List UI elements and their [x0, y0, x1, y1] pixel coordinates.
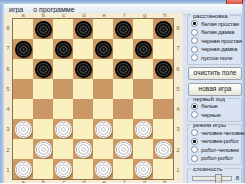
coord-label: 6	[174, 59, 182, 79]
square-h3[interactable]	[153, 119, 173, 139]
square-h1[interactable]	[153, 159, 173, 179]
radio-option[interactable]: белые	[191, 102, 241, 111]
square-e7[interactable]	[93, 39, 113, 59]
square-d4[interactable]	[73, 99, 93, 119]
radio-label: белая дамка	[201, 29, 234, 35]
square-g2[interactable]	[133, 139, 153, 159]
white-checker[interactable]	[95, 161, 112, 178]
coord-label: 2	[174, 140, 182, 160]
white-checker[interactable]	[55, 121, 72, 138]
square-c7[interactable]	[53, 39, 73, 59]
square-h5[interactable]	[153, 79, 173, 99]
difficulty-group-title: сложность	[191, 166, 224, 172]
black-checker[interactable]	[55, 41, 72, 58]
first-move-group-title: первый ход	[191, 96, 227, 102]
square-a2[interactable]	[13, 139, 33, 159]
square-b7[interactable]	[33, 39, 53, 59]
square-g1[interactable]	[133, 159, 153, 179]
square-d5[interactable]	[73, 79, 93, 99]
coord-label: 1	[4, 160, 12, 180]
white-checker[interactable]	[115, 141, 132, 158]
coord-label: 4	[174, 99, 182, 119]
coord-label: 8	[174, 18, 182, 38]
coord-label: g	[135, 180, 155, 183]
square-c3[interactable]	[53, 119, 73, 139]
radio-label: робот-человек	[201, 147, 239, 153]
radio-option[interactable]: белая дамка	[191, 28, 241, 37]
square-a5[interactable]	[13, 79, 33, 99]
coord-label: 5	[174, 79, 182, 99]
radio-icon[interactable]	[191, 111, 198, 118]
square-g3[interactable]	[133, 119, 153, 139]
radio-label: черная дамка	[201, 46, 237, 52]
radio-option[interactable]: черные	[191, 111, 241, 120]
square-d6[interactable]	[73, 59, 93, 79]
square-c5[interactable]	[53, 79, 73, 99]
square-a4[interactable]	[13, 99, 33, 119]
square-f1[interactable]	[113, 159, 133, 179]
difficulty-value: 8	[236, 175, 239, 181]
white-checker[interactable]	[135, 121, 152, 138]
difficulty-slider-thumb[interactable]	[215, 174, 222, 183]
rank-labels-right: 87654321	[174, 18, 182, 180]
coord-label: c	[54, 180, 74, 183]
mode-options: человек-человекчеловек-роботробот-челове…	[191, 129, 241, 163]
square-f3[interactable]	[113, 119, 133, 139]
board-widget: abcdefgh 87654321 87654321 abcdefgh	[4, 13, 183, 183]
square-g4[interactable]	[133, 99, 153, 119]
square-h8[interactable]	[153, 19, 173, 39]
coord-label: a	[13, 180, 33, 183]
radio-label: белые	[201, 103, 218, 109]
square-f6[interactable]	[113, 59, 133, 79]
square-b5[interactable]	[33, 79, 53, 99]
square-e1[interactable]	[93, 159, 113, 179]
black-checker[interactable]	[75, 61, 92, 78]
coord-label: 5	[4, 79, 12, 99]
radio-icon[interactable]	[191, 29, 198, 36]
square-f8[interactable]	[113, 19, 133, 39]
square-e2[interactable]	[93, 139, 113, 159]
square-h7[interactable]	[153, 39, 173, 59]
radio-label: черные	[201, 112, 221, 118]
radio-selected-icon[interactable]	[191, 103, 198, 110]
radio-option[interactable]: робот-человек	[191, 146, 241, 155]
square-h4[interactable]	[153, 99, 173, 119]
coord-label: h	[155, 180, 175, 183]
black-checker[interactable]	[75, 21, 92, 38]
square-d3[interactable]	[73, 119, 93, 139]
white-checker[interactable]	[15, 121, 32, 138]
app-window: игра о программе abcdefgh 87654321 87654…	[0, 0, 245, 183]
radio-icon[interactable]	[191, 54, 198, 61]
coord-label: 7	[4, 38, 12, 58]
black-checker[interactable]	[135, 41, 152, 58]
white-checker[interactable]	[75, 141, 92, 158]
square-c8[interactable]	[53, 19, 73, 39]
radio-option[interactable]: робот-робот	[191, 154, 241, 163]
control-panel: расстановка белая простаябелая дамкачерн…	[187, 15, 243, 183]
white-checker[interactable]	[55, 161, 72, 178]
white-checker[interactable]	[155, 141, 172, 158]
coord-label: 4	[4, 99, 12, 119]
black-checker[interactable]	[35, 21, 52, 38]
square-b3[interactable]	[33, 119, 53, 139]
black-checker[interactable]	[95, 41, 112, 58]
square-c1[interactable]	[53, 159, 73, 179]
difficulty-slider: 8	[191, 173, 241, 183]
square-b2[interactable]	[33, 139, 53, 159]
board-grid	[12, 18, 174, 180]
black-checker[interactable]	[155, 61, 172, 78]
square-e8[interactable]	[93, 19, 113, 39]
square-c4[interactable]	[53, 99, 73, 119]
mode-group: режим игры человек-человекчеловек-роботр…	[187, 124, 242, 165]
square-b1[interactable]	[33, 159, 53, 179]
black-checker[interactable]	[155, 21, 172, 38]
square-f4[interactable]	[113, 99, 133, 119]
coord-label: 6	[4, 59, 12, 79]
square-b4[interactable]	[33, 99, 53, 119]
radio-label: человек-человек	[201, 130, 245, 136]
difficulty-slider-track[interactable]	[192, 176, 232, 181]
coord-label: 3	[4, 119, 12, 139]
square-e3[interactable]	[93, 119, 113, 139]
radio-option[interactable]: черная простая	[191, 37, 241, 46]
square-f2[interactable]	[113, 139, 133, 159]
coord-label: e	[94, 180, 114, 183]
radio-selected-icon[interactable]	[191, 20, 198, 27]
mode-group-title: режим игры	[191, 122, 228, 128]
square-d2[interactable]	[73, 139, 93, 159]
rank-labels-left: 87654321	[4, 18, 12, 180]
first-move-options: белыечерные	[191, 102, 241, 119]
square-e6[interactable]	[93, 59, 113, 79]
black-checker[interactable]	[115, 21, 132, 38]
setup-group-title: расстановка	[191, 13, 230, 19]
radio-option[interactable]: человек-человек	[191, 129, 241, 138]
square-b6[interactable]	[33, 59, 53, 79]
square-g8[interactable]	[133, 19, 153, 39]
radio-icon[interactable]	[191, 129, 198, 136]
radio-option[interactable]: черная дамка	[191, 45, 241, 54]
radio-icon[interactable]	[191, 146, 198, 153]
square-e5[interactable]	[93, 79, 113, 99]
square-c6[interactable]	[53, 59, 73, 79]
square-f7[interactable]	[113, 39, 133, 59]
white-checker[interactable]	[135, 161, 152, 178]
square-d7[interactable]	[73, 39, 93, 59]
coord-label: f	[114, 180, 134, 183]
file-labels-bottom: abcdefgh	[13, 180, 175, 183]
coord-label: 7	[174, 38, 182, 58]
black-checker[interactable]	[15, 41, 32, 58]
square-c2[interactable]	[53, 139, 73, 159]
radio-label: белая простая	[201, 21, 239, 27]
square-d8[interactable]	[73, 19, 93, 39]
setup-options: белая простаябелая дамкачерная простаяче…	[191, 20, 241, 63]
first-move-group: первый ход белыечерные	[187, 98, 242, 122]
square-a6[interactable]	[13, 59, 33, 79]
radio-label: робот-робот	[201, 155, 233, 161]
square-g5[interactable]	[133, 79, 153, 99]
radio-option[interactable]: пустое поле	[191, 54, 241, 63]
coord-label: 1	[174, 160, 182, 180]
square-g7[interactable]	[133, 39, 153, 59]
coord-label: 2	[4, 140, 12, 160]
white-checker[interactable]	[95, 121, 112, 138]
white-checker[interactable]	[35, 141, 52, 158]
square-f5[interactable]	[113, 79, 133, 99]
white-checker[interactable]	[15, 161, 32, 178]
radio-icon[interactable]	[191, 46, 198, 53]
square-a7[interactable]	[13, 39, 33, 59]
square-b8[interactable]	[33, 19, 53, 39]
radio-label: человек-робот	[201, 138, 239, 144]
black-checker[interactable]	[115, 61, 132, 78]
square-a8[interactable]	[13, 19, 33, 39]
new-game-button[interactable]: новая игра	[188, 83, 242, 96]
radio-icon[interactable]	[191, 155, 198, 162]
difficulty-group: сложность 8	[187, 168, 242, 184]
coord-label: 8	[4, 18, 12, 38]
black-checker[interactable]	[35, 61, 52, 78]
square-d1[interactable]	[73, 159, 93, 179]
square-e4[interactable]	[93, 99, 113, 119]
square-a1[interactable]	[13, 159, 33, 179]
radio-option[interactable]: белая простая	[191, 20, 241, 29]
radio-selected-icon[interactable]	[191, 138, 198, 145]
coord-label: 3	[174, 119, 182, 139]
coord-label: d	[74, 180, 94, 183]
radio-icon[interactable]	[191, 37, 198, 44]
square-h2[interactable]	[153, 139, 173, 159]
radio-label: пустое поле	[201, 55, 232, 61]
radio-label: черная простая	[201, 38, 242, 44]
setup-group: расстановка белая простаябелая дамкачерн…	[187, 15, 242, 65]
square-h6[interactable]	[153, 59, 173, 79]
clear-board-button[interactable]: очистить поле	[188, 67, 242, 80]
radio-option[interactable]: человек-робот	[191, 137, 241, 146]
coord-label: b	[33, 180, 53, 183]
square-g6[interactable]	[133, 59, 153, 79]
square-a3[interactable]	[13, 119, 33, 139]
